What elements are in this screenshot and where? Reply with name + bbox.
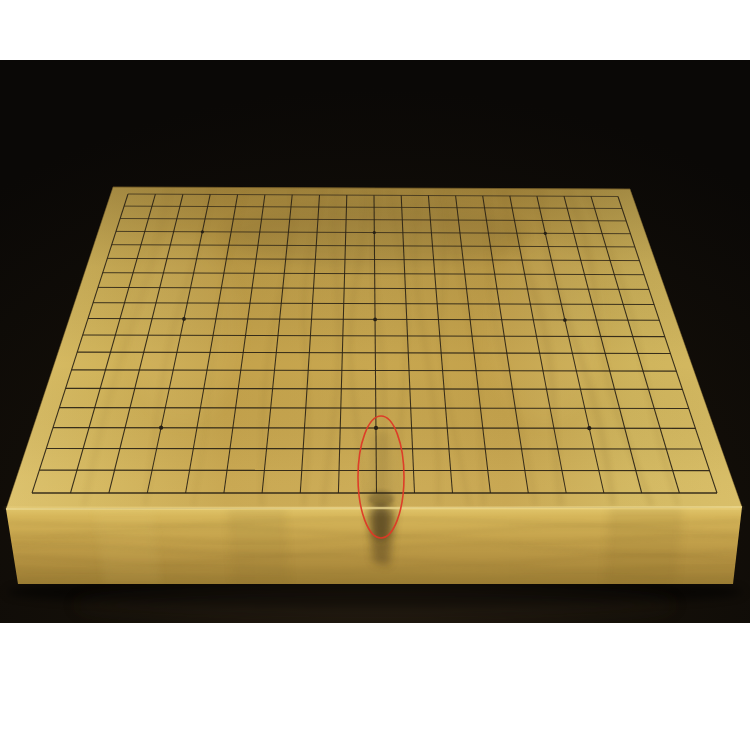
hoshi-point <box>182 317 186 321</box>
hoshi-point <box>373 231 376 234</box>
photo-area <box>0 60 750 623</box>
hoshi-point <box>587 426 591 430</box>
hoshi-point <box>374 426 378 430</box>
hoshi-point <box>201 230 204 233</box>
goban-photo-listing <box>0 0 750 750</box>
hoshi-point <box>563 318 567 322</box>
go-board-scene <box>0 0 750 750</box>
hoshi-point <box>373 318 377 322</box>
hoshi-point <box>159 426 163 430</box>
hoshi-point <box>544 232 547 235</box>
